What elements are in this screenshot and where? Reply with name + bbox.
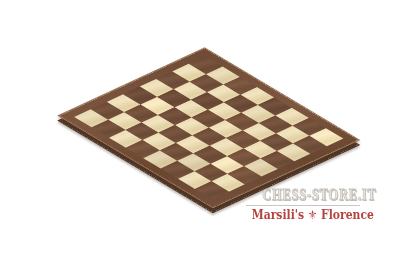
tagline-text: Marsili's⚜Florence xyxy=(252,208,355,222)
tagline-right-label: Florence xyxy=(321,208,374,222)
divider-line xyxy=(246,205,360,206)
chessboard xyxy=(59,48,358,207)
tagline-left-label: Marsili's xyxy=(252,208,304,222)
board-squares xyxy=(74,56,343,199)
fleur-de-lis-icon: ⚜ xyxy=(308,208,318,222)
store-name-label: CHESS-STORE.IT xyxy=(262,187,376,203)
board-scene xyxy=(0,0,400,272)
store-name-text: CHESS-STORE.IT xyxy=(246,187,360,204)
product-photo: CHESS-STORE.IT Marsili's⚜Florence xyxy=(0,0,400,272)
watermark: CHESS-STORE.IT Marsili's⚜Florence xyxy=(246,187,360,222)
